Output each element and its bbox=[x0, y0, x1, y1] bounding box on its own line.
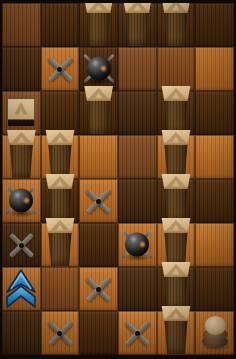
wood-block[interactable] bbox=[45, 218, 76, 266]
chevron-tile-icon[interactable] bbox=[7, 98, 35, 126]
board-cell[interactable] bbox=[157, 91, 196, 135]
board-cell[interactable] bbox=[79, 135, 118, 179]
chevron-mark-icon bbox=[162, 307, 191, 320]
wood-block[interactable] bbox=[161, 130, 192, 178]
board-cell[interactable] bbox=[79, 47, 118, 91]
wood-block[interactable] bbox=[6, 130, 37, 178]
board-cell[interactable] bbox=[118, 47, 157, 91]
chevron-mark-icon bbox=[162, 131, 191, 144]
target-cross-icon bbox=[84, 184, 113, 218]
board-cell[interactable] bbox=[41, 179, 80, 223]
game-screen bbox=[0, 0, 236, 359]
board-cell[interactable] bbox=[2, 179, 41, 223]
board-cell[interactable] bbox=[157, 47, 196, 91]
board-cell[interactable] bbox=[118, 91, 157, 135]
board-cell[interactable] bbox=[157, 3, 196, 47]
board-cell[interactable] bbox=[195, 267, 234, 311]
board bbox=[2, 3, 234, 355]
chevron-mark-icon bbox=[46, 175, 75, 188]
wood-block[interactable] bbox=[161, 174, 192, 222]
board-cell[interactable] bbox=[157, 135, 196, 179]
board-cell[interactable] bbox=[195, 311, 234, 355]
board-cell[interactable] bbox=[79, 3, 118, 47]
target-cross-icon bbox=[46, 316, 75, 350]
board-cell[interactable] bbox=[2, 223, 41, 267]
chevron-mark-icon bbox=[162, 3, 191, 12]
board-cell[interactable] bbox=[41, 3, 80, 47]
board-cell[interactable] bbox=[2, 135, 41, 179]
board-cell[interactable] bbox=[41, 311, 80, 355]
board-cell[interactable] bbox=[2, 91, 41, 135]
chevron-mark-icon bbox=[7, 131, 36, 144]
chevron-mark-icon bbox=[162, 175, 191, 188]
board-cell[interactable] bbox=[41, 223, 80, 267]
chevron-mark-icon bbox=[162, 87, 191, 100]
chevron-mark-icon bbox=[123, 3, 152, 12]
chevron-mark-icon bbox=[84, 87, 113, 100]
board-cell[interactable] bbox=[118, 223, 157, 267]
wood-block[interactable] bbox=[161, 86, 192, 134]
board-cell[interactable] bbox=[157, 179, 196, 223]
board-cell[interactable] bbox=[79, 179, 118, 223]
wood-block[interactable] bbox=[45, 174, 76, 222]
wood-block[interactable] bbox=[161, 262, 192, 310]
board-cell[interactable] bbox=[195, 47, 234, 91]
chevron-mark-icon bbox=[162, 219, 191, 232]
board-cell[interactable] bbox=[79, 267, 118, 311]
wood-block[interactable] bbox=[45, 130, 76, 178]
wood-block[interactable] bbox=[83, 86, 114, 134]
wood-block[interactable] bbox=[161, 3, 192, 46]
chevron-mark-icon bbox=[162, 263, 191, 276]
target-cross-icon bbox=[84, 272, 113, 306]
board-cell[interactable] bbox=[118, 267, 157, 311]
board-cell[interactable] bbox=[118, 135, 157, 179]
wood-block[interactable] bbox=[122, 3, 153, 46]
bomb-mine-icon[interactable] bbox=[6, 185, 36, 215]
board-cell[interactable] bbox=[41, 91, 80, 135]
board-cell[interactable] bbox=[195, 135, 234, 179]
wood-block[interactable] bbox=[161, 218, 192, 266]
chevron-mark-icon bbox=[84, 3, 113, 12]
board-cell[interactable] bbox=[41, 267, 80, 311]
board-cell[interactable] bbox=[2, 311, 41, 355]
board-cell[interactable] bbox=[2, 3, 41, 47]
board-cell[interactable] bbox=[79, 91, 118, 135]
board-cell[interactable] bbox=[79, 311, 118, 355]
board-cell[interactable] bbox=[2, 47, 41, 91]
blue-up-arrow-icon[interactable] bbox=[5, 268, 37, 310]
board-cell[interactable] bbox=[195, 223, 234, 267]
chevron-mark-icon bbox=[46, 219, 75, 232]
board-cell[interactable] bbox=[195, 3, 234, 47]
board-cell[interactable] bbox=[2, 267, 41, 311]
target-cross-icon bbox=[123, 316, 152, 350]
chevron-mark-icon bbox=[46, 131, 75, 144]
target-cross-icon bbox=[46, 52, 75, 86]
stone-pile-icon[interactable] bbox=[200, 315, 230, 351]
board-cell[interactable] bbox=[79, 223, 118, 267]
board-cell[interactable] bbox=[118, 179, 157, 223]
board-cell[interactable] bbox=[195, 179, 234, 223]
board-cell[interactable] bbox=[157, 223, 196, 267]
bomb-mine-icon[interactable] bbox=[122, 229, 152, 259]
board-cell[interactable] bbox=[118, 311, 157, 355]
bomb-mine-icon[interactable] bbox=[84, 53, 114, 83]
board-cell[interactable] bbox=[157, 267, 196, 311]
board-cell[interactable] bbox=[157, 311, 196, 355]
target-cross-icon bbox=[7, 228, 36, 262]
wood-block[interactable] bbox=[83, 3, 114, 46]
board-cell[interactable] bbox=[41, 135, 80, 179]
board-cell[interactable] bbox=[41, 47, 80, 91]
board-cell[interactable] bbox=[195, 91, 234, 135]
board-cell[interactable] bbox=[118, 3, 157, 47]
wood-block[interactable] bbox=[161, 306, 192, 354]
